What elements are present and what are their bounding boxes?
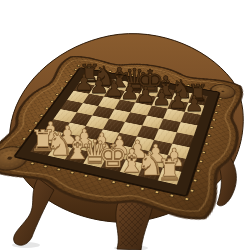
- piece-white-rook-h1[interactable]: ♜: [156, 156, 182, 185]
- pieces-layer: ♜♞♝♛♚♝♞♜♟♟♟♟♟♟♟♟♟♟♟♟♟♟♟♟♜♞♝♛♚♝♞♜: [0, 0, 250, 250]
- chess-table-photo: ♜♞♝♛♚♝♞♜♟♟♟♟♟♟♟♟♟♟♟♟♟♟♟♟♜♞♝♛♚♝♞♜: [0, 0, 250, 250]
- piece-black-pawn-h7[interactable]: ♟: [185, 94, 204, 115]
